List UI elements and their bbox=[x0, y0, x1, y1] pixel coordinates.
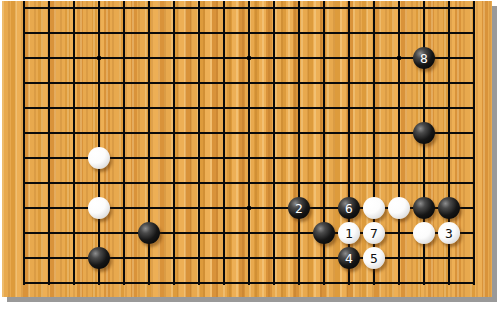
star-point-K10 bbox=[247, 56, 251, 60]
stone-black-R7 bbox=[413, 122, 435, 144]
stone-black-R4 bbox=[413, 197, 435, 219]
go-board[interactable]: 26147538 bbox=[2, 1, 492, 297]
stone-white-S3: 3 bbox=[438, 222, 460, 244]
move-number: 7 bbox=[370, 227, 378, 240]
stone-white-Q4 bbox=[388, 197, 410, 219]
stone-black-N3 bbox=[313, 222, 335, 244]
stone-black-S4 bbox=[438, 197, 460, 219]
stone-black-F3 bbox=[138, 222, 160, 244]
move-number: 6 bbox=[345, 202, 353, 215]
stone-white-R3 bbox=[413, 222, 435, 244]
stone-black-O2: 4 bbox=[338, 247, 360, 269]
star-point-Q10 bbox=[397, 56, 401, 60]
stone-white-P3: 7 bbox=[363, 222, 385, 244]
move-number: 2 bbox=[295, 202, 303, 215]
move-number: 3 bbox=[445, 227, 453, 240]
move-number: 4 bbox=[345, 252, 353, 265]
move-number: 5 bbox=[370, 252, 378, 265]
star-point-K4 bbox=[247, 206, 251, 210]
stone-black-O4: 6 bbox=[338, 197, 360, 219]
move-number: 8 bbox=[420, 52, 428, 65]
stone-black-R10: 8 bbox=[413, 47, 435, 69]
stone-white-P2: 5 bbox=[363, 247, 385, 269]
stone-white-D6 bbox=[88, 147, 110, 169]
stone-black-D2 bbox=[88, 247, 110, 269]
stone-black-M4: 2 bbox=[288, 197, 310, 219]
stone-white-O3: 1 bbox=[338, 222, 360, 244]
move-number: 1 bbox=[345, 227, 353, 240]
star-point-D10 bbox=[97, 56, 101, 60]
stone-white-P4 bbox=[363, 197, 385, 219]
stone-white-D4 bbox=[88, 197, 110, 219]
board-grid: 26147538 bbox=[12, 1, 487, 296]
